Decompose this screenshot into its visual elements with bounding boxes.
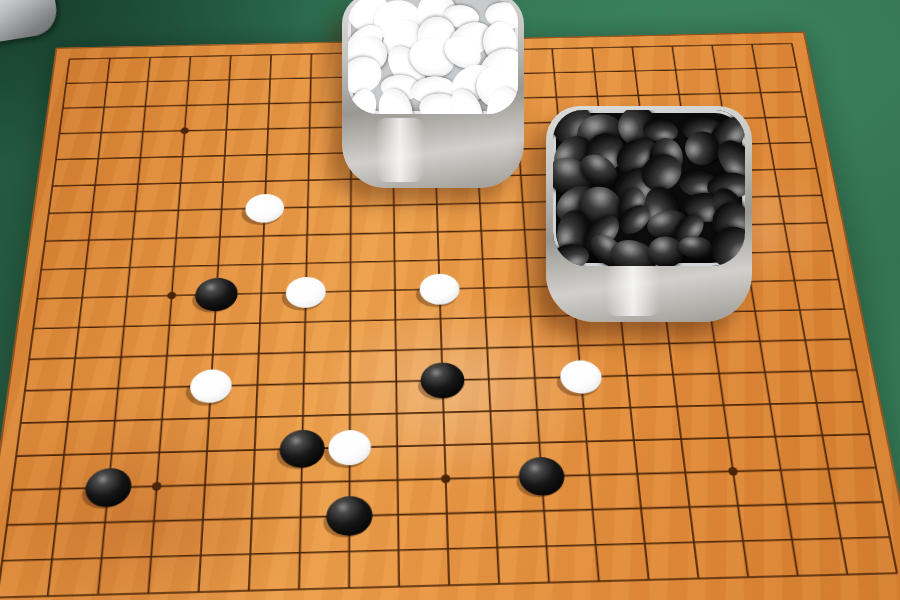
white-stone-bowl (342, 0, 524, 188)
metal-lid-corner (0, 0, 60, 43)
star-point (441, 474, 451, 483)
board-stones (80, 187, 617, 543)
black-stone (279, 430, 325, 469)
star-point (180, 127, 189, 134)
black-stone-bowl (546, 106, 752, 322)
black-stone (83, 468, 133, 508)
black-stone (326, 496, 373, 537)
white-stone (189, 369, 233, 404)
star-point (167, 292, 176, 300)
star-point (152, 482, 162, 491)
white-bowl-opening (348, 0, 518, 114)
black-stone (194, 277, 238, 311)
black-bowl-sheen (606, 266, 660, 316)
table-scene (0, 0, 900, 600)
star-point (728, 467, 739, 476)
white-bowl-sheen (376, 118, 424, 182)
black-bowl-opening (553, 110, 745, 266)
